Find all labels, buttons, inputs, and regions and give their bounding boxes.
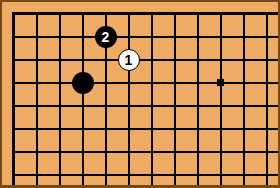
intersection: [232, 48, 255, 71]
intersection: [140, 94, 163, 117]
intersection: [209, 25, 232, 48]
intersection: [94, 163, 117, 186]
intersection: 2: [94, 25, 117, 48]
intersection: [117, 163, 140, 186]
intersection: [2, 117, 25, 140]
intersection: [2, 48, 25, 71]
intersection: [2, 71, 25, 94]
intersection: 1: [117, 48, 140, 71]
intersection: [163, 2, 186, 25]
intersection: [117, 2, 140, 25]
intersection: [232, 25, 255, 48]
intersection: [232, 117, 255, 140]
intersection: [255, 71, 278, 94]
intersection: [140, 48, 163, 71]
intersection: [25, 163, 48, 186]
go-board: 21: [2, 2, 278, 185]
intersection: [94, 48, 117, 71]
intersection: [71, 71, 94, 94]
intersection: [209, 117, 232, 140]
intersection: [117, 140, 140, 163]
intersection: [2, 2, 25, 25]
intersection: [140, 117, 163, 140]
intersection: [117, 94, 140, 117]
intersection: [163, 94, 186, 117]
intersection: [48, 2, 71, 25]
intersection: [186, 117, 209, 140]
intersection: [48, 94, 71, 117]
stone-label: 1: [125, 53, 133, 67]
intersection: [209, 2, 232, 25]
intersection: [232, 94, 255, 117]
intersection: [25, 94, 48, 117]
intersection: [71, 25, 94, 48]
intersection: [25, 71, 48, 94]
intersection: [48, 71, 71, 94]
intersection: [232, 140, 255, 163]
intersection: [94, 71, 117, 94]
intersection: [186, 71, 209, 94]
intersection: [209, 94, 232, 117]
intersection: [163, 71, 186, 94]
intersection: [163, 140, 186, 163]
intersection: [186, 48, 209, 71]
intersection: [25, 140, 48, 163]
black-stone-move-2: 2: [95, 26, 117, 48]
intersection: [163, 163, 186, 186]
intersection: [117, 117, 140, 140]
intersection: [94, 94, 117, 117]
intersection: [140, 2, 163, 25]
white-stone-move-1: 1: [118, 49, 140, 71]
intersection: [232, 163, 255, 186]
intersection: [2, 25, 25, 48]
intersection: [71, 2, 94, 25]
board-grid: 21: [2, 2, 278, 186]
intersection: [2, 94, 25, 117]
intersection: [209, 140, 232, 163]
intersection: [186, 25, 209, 48]
intersection: [255, 163, 278, 186]
intersection: [2, 163, 25, 186]
intersection: [255, 25, 278, 48]
intersection: [209, 163, 232, 186]
intersection: [71, 94, 94, 117]
intersection: [255, 117, 278, 140]
intersection: [140, 25, 163, 48]
intersection: [163, 117, 186, 140]
go-board-frame: 21: [0, 0, 280, 188]
intersection: [255, 140, 278, 163]
intersection: [186, 140, 209, 163]
intersection: [2, 140, 25, 163]
intersection: [140, 140, 163, 163]
intersection: [209, 71, 232, 94]
intersection: [140, 163, 163, 186]
intersection: [94, 117, 117, 140]
intersection: [232, 2, 255, 25]
black-stone-hoshi: [72, 72, 94, 94]
intersection: [163, 48, 186, 71]
intersection: [48, 163, 71, 186]
intersection: [209, 48, 232, 71]
intersection: [255, 94, 278, 117]
intersection: [255, 48, 278, 71]
intersection: [255, 2, 278, 25]
intersection: [117, 71, 140, 94]
intersection: [186, 94, 209, 117]
intersection: [48, 48, 71, 71]
intersection: [117, 25, 140, 48]
intersection: [48, 140, 71, 163]
intersection: [94, 2, 117, 25]
intersection: [94, 140, 117, 163]
intersection: [140, 71, 163, 94]
intersection: [25, 117, 48, 140]
intersection: [25, 48, 48, 71]
intersection: [71, 140, 94, 163]
intersection: [186, 2, 209, 25]
stone-label: 2: [102, 30, 110, 44]
intersection: [48, 117, 71, 140]
intersection: [71, 163, 94, 186]
intersection: [71, 48, 94, 71]
intersection: [232, 71, 255, 94]
intersection: [186, 163, 209, 186]
intersection: [25, 25, 48, 48]
intersection: [163, 25, 186, 48]
intersection: [48, 25, 71, 48]
intersection: [25, 2, 48, 25]
intersection: [71, 117, 94, 140]
